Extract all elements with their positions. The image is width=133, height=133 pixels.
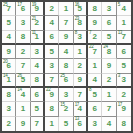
cell-digit: 3 (64, 91, 68, 99)
cell-r7c4[interactable]: 229 (45, 88, 59, 102)
cell-digit: 9 (78, 76, 82, 84)
cell-digit: 9 (21, 120, 25, 128)
cell-r3c8[interactable]: 5 (102, 31, 116, 45)
cell-digit: 8 (92, 5, 96, 13)
cage-sum-label: 16 (75, 3, 79, 8)
cell-r1c7[interactable]: 8 (88, 2, 102, 16)
cell-r8c7[interactable]: 6 (88, 102, 102, 116)
cell-digit: 7 (21, 62, 25, 70)
cage-sum-label: 14 (3, 74, 7, 79)
cell-digit: 4 (107, 120, 111, 128)
cell-r3c1[interactable]: 4 (2, 31, 16, 45)
cell-r7c5[interactable]: 3 (59, 88, 73, 102)
cell-r8c4[interactable]: 8 (45, 102, 59, 116)
cell-digit: 3 (49, 62, 53, 70)
cell-r6c4[interactable]: 7 (45, 74, 59, 88)
cell-digit: 1 (49, 120, 53, 128)
cell-r9c3[interactable]: 7 (31, 117, 45, 131)
cell-digit: 9 (122, 105, 126, 113)
cage-sum-label: 21 (32, 17, 36, 22)
cell-digit: 7 (122, 33, 126, 41)
cell-r4c1[interactable]: 9 (2, 45, 16, 59)
cage-sum-label: 24 (103, 45, 107, 50)
cell-r1c6[interactable]: 165 (74, 2, 88, 16)
cell-digit: 2 (92, 33, 96, 41)
cell-digit: 1 (78, 48, 82, 56)
cage-sum-label: 13 (118, 31, 122, 36)
cell-r8c1[interactable]: 3 (2, 102, 16, 116)
cage-sum-label: 22 (89, 45, 93, 50)
cell-digit: 7 (64, 19, 68, 27)
cage-sum-label: 3 (118, 74, 120, 79)
cell-r8c9[interactable]: 179 (117, 102, 131, 116)
cell-digit: 8 (122, 120, 126, 128)
cage-sum-label: 15 (60, 103, 64, 108)
cell-r9c8[interactable]: 4 (102, 117, 116, 131)
cell-r5c9[interactable]: 5 (117, 59, 131, 73)
cell-r2c7[interactable]: 9 (88, 16, 102, 30)
cell-r8c6[interactable]: 174 (74, 102, 88, 116)
cell-r3c4[interactable]: 6 (45, 31, 59, 45)
cell-r1c8[interactable]: 3 (102, 2, 116, 16)
killer-sudoku-board: 2571761992116583545321247238961481116983… (0, 0, 133, 133)
cell-digit: 7 (35, 120, 39, 128)
cage-sum-label: 17 (75, 103, 79, 108)
cell-r7c1[interactable]: 8 (2, 88, 16, 102)
cell-r2c5[interactable]: 7 (59, 16, 73, 30)
cage-sum-label: 17 (118, 103, 122, 108)
cage-sum-label: 17 (17, 3, 21, 8)
cell-digit: 6 (49, 33, 53, 41)
cell-digit: 6 (92, 105, 96, 113)
cell-digit: 4 (122, 5, 126, 13)
cage-sum-label: 8 (89, 88, 91, 93)
cell-digit: 3 (6, 105, 10, 113)
cell-digit: 8 (35, 76, 39, 84)
cell-digit: 3 (122, 76, 126, 84)
cell-digit: 6 (122, 48, 126, 56)
cell-r2c4[interactable]: 4 (45, 16, 59, 30)
cell-digit: 9 (64, 33, 68, 41)
cell-r4c5[interactable]: 4 (59, 45, 73, 59)
cell-r6c1[interactable]: 141 (2, 74, 16, 88)
cell-r5c2[interactable]: 7 (16, 59, 30, 73)
cell-r7c8[interactable]: 1 (102, 88, 116, 102)
cell-digit: 6 (35, 91, 39, 99)
cell-r3c5[interactable]: 9 (59, 31, 73, 45)
cage-sum-label: 14 (17, 88, 21, 93)
cell-digit: 8 (64, 62, 68, 70)
cell-r4c9[interactable]: 6 (117, 45, 131, 59)
cell-r4c8[interactable]: 248 (102, 45, 116, 59)
cell-r9c1[interactable]: 2 (2, 117, 16, 131)
cell-digit: 3 (78, 33, 82, 41)
cell-r3c6[interactable]: 83 (74, 31, 88, 45)
cage-sum-label: 8 (75, 31, 77, 36)
cell-r9c7[interactable]: 3 (88, 117, 102, 131)
cage-sum-label: 19 (32, 3, 36, 8)
cell-r8c8[interactable]: 7 (102, 102, 116, 116)
cell-r5c7[interactable]: 1 (88, 59, 102, 73)
cell-r4c2[interactable]: 2 (16, 45, 30, 59)
cell-digit: 6 (107, 19, 111, 27)
cell-r4c3[interactable]: 3 (31, 45, 45, 59)
cell-digit: 8 (6, 91, 10, 99)
cell-r1c4[interactable]: 2 (45, 2, 59, 16)
cell-digit: 2 (107, 76, 111, 84)
cell-r3c9[interactable]: 137 (117, 31, 131, 45)
cell-r5c5[interactable]: 8 (59, 59, 73, 73)
cell-r5c1[interactable]: 206 (2, 59, 16, 73)
cell-r4c4[interactable]: 5 (45, 45, 59, 59)
cell-digit: 5 (64, 120, 68, 128)
cell-r2c8[interactable]: 6 (102, 16, 116, 30)
cell-r5c3[interactable]: 4 (31, 59, 45, 73)
cell-digit: 2 (78, 62, 82, 70)
cell-digit: 2 (21, 48, 25, 56)
cell-digit: 7 (78, 91, 82, 99)
cell-r7c2[interactable]: 144 (16, 88, 30, 102)
cell-r9c5[interactable]: 5 (59, 117, 73, 131)
cell-r5c6[interactable]: 2 (74, 59, 88, 73)
cell-digit: 1 (64, 5, 68, 13)
cell-digit: 8 (49, 105, 53, 113)
cell-digit: 5 (49, 48, 53, 56)
cell-r7c3[interactable]: 6 (31, 88, 45, 102)
cell-digit: 9 (107, 62, 111, 70)
cage-sum-label: 22 (46, 88, 50, 93)
cell-digit: 3 (21, 19, 25, 27)
cell-r8c2[interactable]: 1 (16, 102, 30, 116)
cell-r1c5[interactable]: 1 (59, 2, 73, 16)
cell-r5c4[interactable]: 3 (45, 59, 59, 73)
cell-digit: 7 (107, 105, 111, 113)
cell-digit: 4 (6, 33, 10, 41)
cell-digit: 1 (107, 91, 111, 99)
cell-digit: 5 (6, 19, 10, 27)
cell-r1c3[interactable]: 199 (31, 2, 45, 16)
cell-digit: 9 (92, 19, 96, 27)
cell-r1c9[interactable]: 54 (117, 2, 131, 16)
cell-digit: 7 (49, 76, 53, 84)
cell-r6c8[interactable]: 2 (102, 74, 116, 88)
cell-digit: 1 (21, 105, 25, 113)
sudoku-grid: 2571761992116583545321247238961481116983… (0, 0, 133, 133)
cell-r9c9[interactable]: 8 (117, 117, 131, 131)
cage-sum-label: 25 (3, 3, 7, 8)
cell-r9c6[interactable]: 136 (74, 117, 88, 131)
cell-digit: 8 (21, 33, 25, 41)
cell-digit: 2 (6, 120, 10, 128)
cell-digit: 5 (107, 33, 111, 41)
cell-r2c9[interactable]: 1 (117, 16, 131, 30)
cell-r6c9[interactable]: 33 (117, 74, 131, 88)
cell-r2c1[interactable]: 5 (2, 16, 16, 30)
cell-r8c5[interactable]: 152 (59, 102, 73, 116)
cell-r6c6[interactable]: 9 (74, 74, 88, 88)
cell-digit: 2 (122, 91, 126, 99)
cage-sum-label: 11 (32, 31, 36, 36)
cell-r3c7[interactable]: 72 (88, 31, 102, 45)
cell-r2c6[interactable]: 238 (74, 16, 88, 30)
cage-sum-label: 26 (17, 74, 21, 79)
cell-digit: 3 (92, 120, 96, 128)
cell-r6c3[interactable]: 8 (31, 74, 45, 88)
cell-r1c2[interactable]: 176 (16, 2, 30, 16)
cell-digit: 2 (49, 5, 53, 13)
cell-digit: 9 (6, 48, 10, 56)
cell-digit: 4 (35, 62, 39, 70)
cell-r5c8[interactable]: 9 (102, 59, 116, 73)
cell-r6c5[interactable]: 256 (59, 74, 73, 88)
cell-digit: 4 (92, 76, 96, 84)
cage-sum-label: 7 (89, 31, 91, 36)
cage-sum-label: 25 (60, 74, 64, 79)
cell-r9c4[interactable]: 1 (45, 117, 59, 131)
cell-r7c6[interactable]: 7 (74, 88, 88, 102)
cell-digit: 5 (122, 62, 126, 70)
cell-r8c3[interactable]: 5 (31, 102, 45, 116)
cell-r9c2[interactable]: 9 (16, 117, 30, 131)
cell-digit: 5 (35, 105, 39, 113)
cell-digit: 3 (35, 48, 39, 56)
cell-r7c7[interactable]: 85 (88, 88, 102, 102)
cell-digit: 4 (64, 48, 68, 56)
cell-r2c3[interactable]: 212 (31, 16, 45, 30)
cell-r1c1[interactable]: 257 (2, 2, 16, 16)
cage-sum-label: 23 (75, 17, 79, 22)
cell-r6c2[interactable]: 265 (16, 74, 30, 88)
cage-sum-label: 20 (3, 60, 7, 65)
cage-sum-label: 13 (75, 117, 79, 122)
cell-digit: 5 (92, 91, 96, 99)
cell-digit: 3 (107, 5, 111, 13)
cell-r4c6[interactable]: 1 (74, 45, 88, 59)
cell-r6c7[interactable]: 4 (88, 74, 102, 88)
cell-digit: 1 (92, 62, 96, 70)
cell-digit: 4 (49, 19, 53, 27)
cell-r4c7[interactable]: 227 (88, 45, 102, 59)
cell-r3c2[interactable]: 8 (16, 31, 30, 45)
cell-r7c9[interactable]: 2 (117, 88, 131, 102)
cell-digit: 1 (122, 19, 126, 27)
cell-r2c2[interactable]: 3 (16, 16, 30, 30)
cell-r3c3[interactable]: 111 (31, 31, 45, 45)
cage-sum-label: 5 (118, 3, 120, 8)
